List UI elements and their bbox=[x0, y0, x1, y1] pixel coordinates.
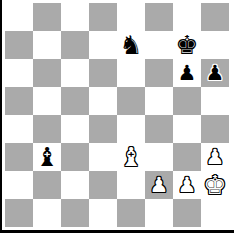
chess-board: ♞♚♟♟♝♝♟♟♟♚ bbox=[5, 3, 229, 227]
square-h5[interactable] bbox=[201, 87, 229, 115]
square-b1[interactable] bbox=[33, 199, 61, 227]
square-a4[interactable] bbox=[5, 115, 33, 143]
square-d7[interactable] bbox=[89, 31, 117, 59]
square-c6[interactable] bbox=[61, 59, 89, 87]
square-g4[interactable] bbox=[173, 115, 201, 143]
square-e2[interactable] bbox=[117, 171, 145, 199]
piece-white-king-h2: ♚ bbox=[203, 171, 226, 199]
square-g8[interactable] bbox=[173, 3, 201, 31]
square-a1[interactable] bbox=[5, 199, 33, 227]
piece-black-pawn-g6: ♟ bbox=[178, 59, 197, 87]
square-a7[interactable] bbox=[5, 31, 33, 59]
square-f2[interactable]: ♟ bbox=[145, 171, 173, 199]
diagram-frame: ♞♚♟♟♝♝♟♟♟♚ bbox=[0, 0, 234, 234]
square-c1[interactable] bbox=[61, 199, 89, 227]
piece-white-pawn-h3: ♟ bbox=[206, 143, 225, 171]
square-h7[interactable] bbox=[201, 31, 229, 59]
square-c4[interactable] bbox=[61, 115, 89, 143]
piece-white-bishop-e3: ♝ bbox=[119, 143, 142, 171]
square-d2[interactable] bbox=[89, 171, 117, 199]
square-c8[interactable] bbox=[61, 3, 89, 31]
square-e6[interactable] bbox=[117, 59, 145, 87]
square-e3[interactable]: ♝ bbox=[117, 143, 145, 171]
square-e7[interactable]: ♞ bbox=[117, 31, 145, 59]
square-h1[interactable] bbox=[201, 199, 229, 227]
square-e5[interactable] bbox=[117, 87, 145, 115]
square-a6[interactable] bbox=[5, 59, 33, 87]
square-g7[interactable]: ♚ bbox=[173, 31, 201, 59]
square-f1[interactable] bbox=[145, 199, 173, 227]
square-c3[interactable] bbox=[61, 143, 89, 171]
square-d5[interactable] bbox=[89, 87, 117, 115]
square-d8[interactable] bbox=[89, 3, 117, 31]
piece-black-knight-e7: ♞ bbox=[119, 31, 142, 59]
square-g5[interactable] bbox=[173, 87, 201, 115]
square-g2[interactable]: ♟ bbox=[173, 171, 201, 199]
piece-white-pawn-g2: ♟ bbox=[178, 171, 197, 199]
square-b2[interactable] bbox=[33, 171, 61, 199]
square-g3[interactable] bbox=[173, 143, 201, 171]
square-b6[interactable] bbox=[33, 59, 61, 87]
square-a5[interactable] bbox=[5, 87, 33, 115]
square-f5[interactable] bbox=[145, 87, 173, 115]
square-a3[interactable] bbox=[5, 143, 33, 171]
square-b4[interactable] bbox=[33, 115, 61, 143]
square-g6[interactable]: ♟ bbox=[173, 59, 201, 87]
square-b3[interactable]: ♝ bbox=[33, 143, 61, 171]
board-border-left bbox=[0, 0, 2, 233]
square-a8[interactable] bbox=[5, 3, 33, 31]
square-f7[interactable] bbox=[145, 31, 173, 59]
square-e4[interactable] bbox=[117, 115, 145, 143]
square-b8[interactable] bbox=[33, 3, 61, 31]
square-f8[interactable] bbox=[145, 3, 173, 31]
piece-black-king-g7: ♚ bbox=[175, 31, 198, 59]
square-h6[interactable]: ♟ bbox=[201, 59, 229, 87]
square-d4[interactable] bbox=[89, 115, 117, 143]
square-a2[interactable] bbox=[5, 171, 33, 199]
board-border-bottom bbox=[0, 230, 234, 233]
square-d3[interactable] bbox=[89, 143, 117, 171]
square-b5[interactable] bbox=[33, 87, 61, 115]
square-f4[interactable] bbox=[145, 115, 173, 143]
piece-black-pawn-h6: ♟ bbox=[206, 59, 225, 87]
square-f3[interactable] bbox=[145, 143, 173, 171]
square-f6[interactable] bbox=[145, 59, 173, 87]
piece-black-bishop-b3: ♝ bbox=[35, 143, 58, 171]
square-c5[interactable] bbox=[61, 87, 89, 115]
square-e8[interactable] bbox=[117, 3, 145, 31]
square-h8[interactable] bbox=[201, 3, 229, 31]
square-h4[interactable] bbox=[201, 115, 229, 143]
square-c2[interactable] bbox=[61, 171, 89, 199]
square-c7[interactable] bbox=[61, 31, 89, 59]
square-e1[interactable] bbox=[117, 199, 145, 227]
piece-white-pawn-f2: ♟ bbox=[150, 171, 169, 199]
square-h2[interactable]: ♚ bbox=[201, 171, 229, 199]
square-d1[interactable] bbox=[89, 199, 117, 227]
square-d6[interactable] bbox=[89, 59, 117, 87]
square-b7[interactable] bbox=[33, 31, 61, 59]
square-h3[interactable]: ♟ bbox=[201, 143, 229, 171]
square-g1[interactable] bbox=[173, 199, 201, 227]
